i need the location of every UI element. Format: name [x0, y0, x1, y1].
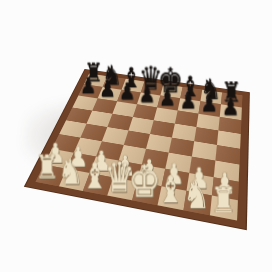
- square-a1: ♜: [36, 165, 67, 187]
- square-a4: [59, 120, 86, 137]
- square-d3: [119, 145, 146, 165]
- square-h8: ♜: [221, 93, 242, 108]
- square-g4: [192, 141, 217, 160]
- square-a3: [52, 134, 80, 153]
- square-c3: [96, 141, 124, 160]
- square-h2: ♟: [212, 177, 239, 200]
- black-queen: ♛: [139, 63, 163, 94]
- square-g1: ♞: [183, 191, 211, 215]
- square-h6: [218, 117, 241, 134]
- black-bishop: ♝: [121, 65, 141, 91]
- black-rook: ♜: [221, 80, 241, 106]
- square-e1: ♚: [132, 182, 161, 205]
- square-f3: [165, 153, 192, 173]
- chess-set-product-photo: ♜♞♝♛♚♝♞♜♟♟♟♟♟♟♟♟♟♟♟♟♟♟♟♟♜♞♝♛♚♝♞♜: [0, 0, 272, 272]
- square-e5: [150, 120, 175, 137]
- square-f1: ♝: [158, 186, 187, 210]
- black-knight: ♞: [200, 76, 221, 103]
- square-d1: ♛: [107, 177, 137, 200]
- square-d2: ♟: [113, 161, 142, 182]
- square-h1: ♜: [210, 196, 238, 221]
- square-b2: ♟: [67, 153, 96, 173]
- black-bishop: ♝: [180, 73, 201, 100]
- black-king: ♚: [158, 64, 183, 97]
- black-rook: ♜: [84, 61, 103, 85]
- square-g2: ♟: [186, 173, 213, 196]
